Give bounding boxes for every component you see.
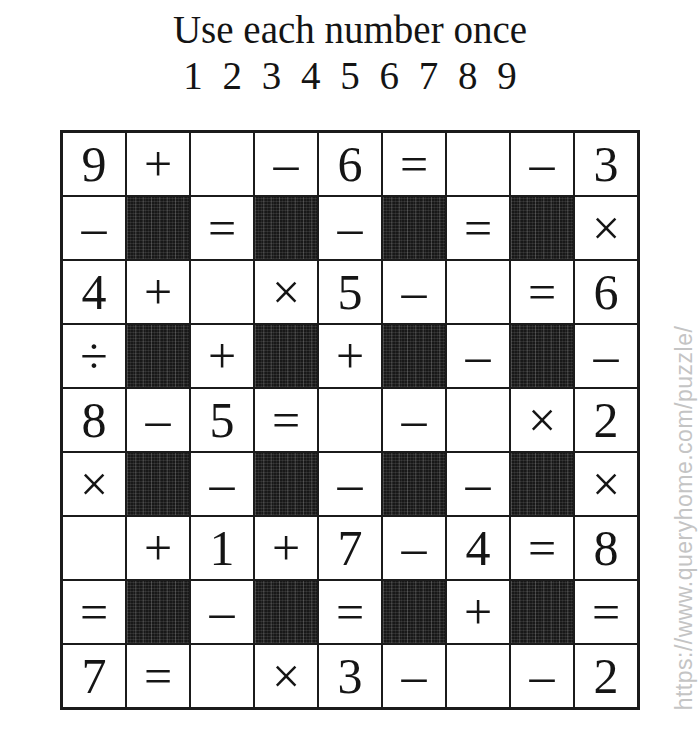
- given-cell-r9c4: ×: [254, 644, 318, 708]
- given-cell-r9c6: –: [382, 644, 446, 708]
- given-cell-r9c1: 7: [62, 644, 126, 708]
- given-cell-r9c9: 2: [574, 644, 638, 708]
- block-cell-r4c8: [510, 324, 574, 388]
- given-cell-r6c9: ×: [574, 452, 638, 516]
- empty-cell-r1c7[interactable]: [446, 132, 510, 196]
- given-cell-r7c9: 8: [574, 516, 638, 580]
- given-cell-r1c1: 9: [62, 132, 126, 196]
- empty-cell-r1c3[interactable]: [190, 132, 254, 196]
- block-cell-r6c6: [382, 452, 446, 516]
- empty-cell-r3c7[interactable]: [446, 260, 510, 324]
- given-cell-r9c8: –: [510, 644, 574, 708]
- block-cell-r4c4: [254, 324, 318, 388]
- block-cell-r4c6: [382, 324, 446, 388]
- given-cell-r6c7: –: [446, 452, 510, 516]
- given-cell-r8c7: +: [446, 580, 510, 644]
- given-cell-r2c5: –: [318, 196, 382, 260]
- given-cell-r1c4: –: [254, 132, 318, 196]
- available-numbers: 1 2 3 4 5 6 7 8 9: [0, 53, 700, 98]
- block-cell-r8c6: [382, 580, 446, 644]
- given-cell-r8c9: =: [574, 580, 638, 644]
- given-cell-r6c5: –: [318, 452, 382, 516]
- empty-cell-r7c1[interactable]: [62, 516, 126, 580]
- empty-cell-r9c3[interactable]: [190, 644, 254, 708]
- given-cell-r3c6: –: [382, 260, 446, 324]
- given-cell-r1c5: 6: [318, 132, 382, 196]
- block-cell-r8c8: [510, 580, 574, 644]
- given-cell-r7c7: 4: [446, 516, 510, 580]
- given-cell-r5c8: ×: [510, 388, 574, 452]
- given-cell-r6c3: –: [190, 452, 254, 516]
- given-cell-r3c9: 6: [574, 260, 638, 324]
- given-cell-r3c4: ×: [254, 260, 318, 324]
- empty-cell-r5c7[interactable]: [446, 388, 510, 452]
- given-cell-r1c6: =: [382, 132, 446, 196]
- block-cell-r6c4: [254, 452, 318, 516]
- puzzle-grid: 9+–6=–3–=–=×4+×5–=6÷++––8–5=–×2×–––×+1+7…: [60, 130, 640, 710]
- empty-cell-r9c7[interactable]: [446, 644, 510, 708]
- empty-cell-r3c3[interactable]: [190, 260, 254, 324]
- given-cell-r4c9: –: [574, 324, 638, 388]
- given-cell-r9c5: 3: [318, 644, 382, 708]
- given-cell-r7c5: 7: [318, 516, 382, 580]
- block-cell-r8c2: [126, 580, 190, 644]
- watermark-url: https://www.queryhome.com/puzzle/: [671, 298, 697, 736]
- given-cell-r5c3: 5: [190, 388, 254, 452]
- given-cell-r4c3: +: [190, 324, 254, 388]
- given-cell-r7c8: =: [510, 516, 574, 580]
- given-cell-r5c2: –: [126, 388, 190, 452]
- puzzle-title: Use each number once: [0, 7, 700, 52]
- given-cell-r6c1: ×: [62, 452, 126, 516]
- block-cell-r6c8: [510, 452, 574, 516]
- given-cell-r7c3: 1: [190, 516, 254, 580]
- given-cell-r1c9: 3: [574, 132, 638, 196]
- given-cell-r8c1: =: [62, 580, 126, 644]
- block-cell-r2c6: [382, 196, 446, 260]
- block-cell-r2c8: [510, 196, 574, 260]
- given-cell-r5c1: 8: [62, 388, 126, 452]
- given-cell-r3c5: 5: [318, 260, 382, 324]
- given-cell-r5c6: –: [382, 388, 446, 452]
- given-cell-r2c9: ×: [574, 196, 638, 260]
- given-cell-r7c2: +: [126, 516, 190, 580]
- block-cell-r4c2: [126, 324, 190, 388]
- given-cell-r8c5: =: [318, 580, 382, 644]
- given-cell-r7c6: –: [382, 516, 446, 580]
- given-cell-r7c4: +: [254, 516, 318, 580]
- block-cell-r2c4: [254, 196, 318, 260]
- given-cell-r2c7: =: [446, 196, 510, 260]
- given-cell-r5c9: 2: [574, 388, 638, 452]
- empty-cell-r5c5[interactable]: [318, 388, 382, 452]
- given-cell-r4c5: +: [318, 324, 382, 388]
- given-cell-r3c2: +: [126, 260, 190, 324]
- given-cell-r2c1: –: [62, 196, 126, 260]
- given-cell-r5c4: =: [254, 388, 318, 452]
- block-cell-r6c2: [126, 452, 190, 516]
- given-cell-r8c3: –: [190, 580, 254, 644]
- block-cell-r2c2: [126, 196, 190, 260]
- given-cell-r3c1: 4: [62, 260, 126, 324]
- given-cell-r1c2: +: [126, 132, 190, 196]
- block-cell-r8c4: [254, 580, 318, 644]
- given-cell-r9c2: =: [126, 644, 190, 708]
- given-cell-r2c3: =: [190, 196, 254, 260]
- given-cell-r4c7: –: [446, 324, 510, 388]
- given-cell-r4c1: ÷: [62, 324, 126, 388]
- given-cell-r1c8: –: [510, 132, 574, 196]
- given-cell-r3c8: =: [510, 260, 574, 324]
